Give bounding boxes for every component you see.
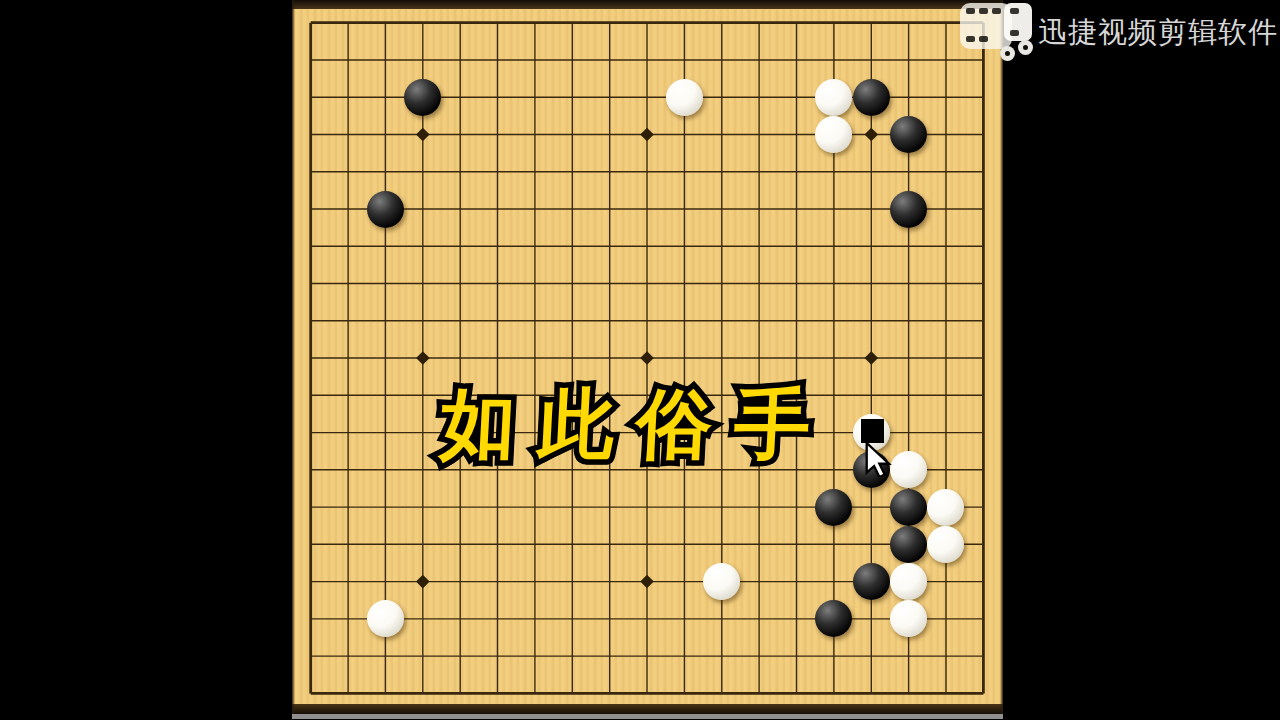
black-stone [890, 526, 927, 563]
video-bottom-strip [292, 714, 1003, 719]
black-stone [815, 489, 852, 526]
black-stone [404, 79, 441, 116]
last-move-marker [861, 419, 884, 443]
black-stone [890, 116, 927, 153]
caption-text: 如此俗手 [438, 384, 834, 465]
black-stone [890, 191, 927, 228]
white-stone [815, 79, 852, 116]
white-stone [927, 489, 964, 526]
board-edge-right [1000, 0, 1003, 714]
film-clip-scissors-icon [952, 0, 1036, 66]
watermark: 迅捷视频剪辑软件 [952, 0, 1278, 66]
watermark-text: 迅捷视频剪辑软件 [1038, 13, 1278, 53]
mouse-cursor-icon [865, 443, 895, 477]
white-stone [890, 563, 927, 600]
board-edge-left [292, 0, 295, 714]
black-stone [853, 563, 890, 600]
white-stone [666, 79, 703, 116]
board-edge-bottom [292, 704, 1003, 714]
black-stone [853, 79, 890, 116]
black-stone [890, 489, 927, 526]
go-board[interactable]: 如此俗手 如此俗手 [292, 0, 1003, 714]
video-frame: 如此俗手 如此俗手 迅捷视频剪辑软件 [0, 0, 1280, 720]
caption-overlay: 如此俗手 如此俗手 [438, 384, 834, 465]
black-stone [367, 191, 404, 228]
board-edge-top [292, 0, 1003, 9]
